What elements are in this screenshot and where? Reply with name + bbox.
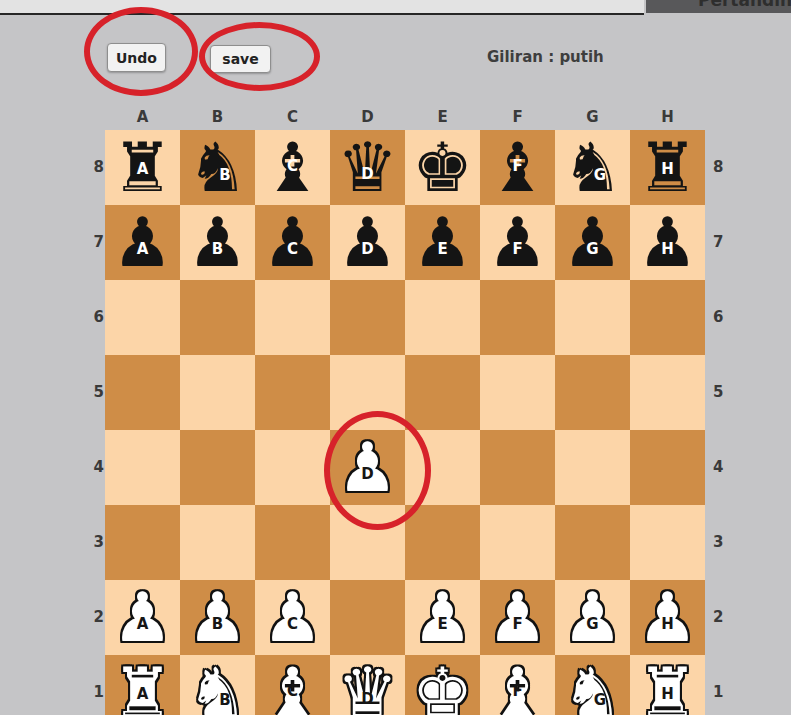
piece-file-letter: D [361, 241, 373, 256]
square-a6[interactable] [105, 280, 180, 355]
piece-file-letter: G [586, 616, 598, 631]
square-h1[interactable]: ♜H [630, 655, 705, 715]
square-c1[interactable]: ♝C [255, 655, 330, 715]
rank-label-5-left: 5 [88, 355, 104, 430]
square-h5[interactable] [630, 355, 705, 430]
piece-file-letter: H [661, 162, 674, 177]
square-d1[interactable]: ♛D [330, 655, 405, 715]
square-g4[interactable] [555, 430, 630, 505]
file-label-b: B [180, 108, 255, 128]
rank-label-4-right: 4 [713, 430, 729, 505]
piece-file-letter: A [137, 241, 149, 256]
square-f4[interactable] [480, 430, 555, 505]
square-b3[interactable] [180, 505, 255, 580]
piece-file-letter: D [361, 691, 373, 706]
square-a8[interactable]: ♜A [105, 130, 180, 205]
piece-file-letter: A [137, 687, 149, 702]
white-king-e1[interactable]: ♚ [405, 655, 480, 715]
piece-file-letter: C [287, 684, 298, 699]
piece-file-letter: B [212, 241, 223, 256]
rank-label-5-right: 5 [713, 355, 729, 430]
file-label-h: H [630, 108, 705, 128]
rank-label-2-right: 2 [713, 580, 729, 655]
square-e6[interactable] [405, 280, 480, 355]
square-h8[interactable]: ♜H [630, 130, 705, 205]
pertandingan-label: Pertandingan [646, 0, 791, 10]
piece-file-letter: H [661, 241, 674, 256]
piece-file-letter: F [512, 241, 522, 256]
turn-indicator: Giliran : putih [487, 48, 604, 66]
square-a5[interactable] [105, 355, 180, 430]
piece-file-letter: G [586, 241, 598, 256]
square-g3[interactable] [555, 505, 630, 580]
black-knight-g8[interactable]: ♞ [555, 130, 630, 205]
square-h3[interactable] [630, 505, 705, 580]
rank-label-8-right: 8 [713, 130, 729, 205]
square-g5[interactable] [555, 355, 630, 430]
piece-file-letter: B [219, 693, 230, 708]
square-g2[interactable]: ♟G [555, 580, 630, 655]
rank-label-6-left: 6 [88, 280, 104, 355]
annotation-ellipse-d4-pawn [324, 411, 431, 530]
piece-file-letter: H [661, 687, 674, 702]
rank-label-6-right: 6 [713, 280, 729, 355]
square-f2[interactable]: ♟F [480, 580, 555, 655]
annotation-ellipse-save [199, 22, 320, 91]
square-e8[interactable]: ♚ [405, 130, 480, 205]
piece-file-letter: F [512, 684, 522, 699]
square-d7[interactable]: ♟D [330, 205, 405, 280]
square-g7[interactable]: ♟G [555, 205, 630, 280]
square-c7[interactable]: ♟C [255, 205, 330, 280]
square-a3[interactable] [105, 505, 180, 580]
piece-file-letter: D [361, 166, 373, 181]
square-h6[interactable] [630, 280, 705, 355]
piece-file-letter: E [437, 241, 447, 256]
black-king-e8[interactable]: ♚ [405, 130, 480, 205]
file-label-f: F [480, 108, 555, 128]
square-c6[interactable] [255, 280, 330, 355]
square-b7[interactable]: ♟B [180, 205, 255, 280]
square-a2[interactable]: ♟A [105, 580, 180, 655]
piece-file-letter: A [137, 162, 149, 177]
square-e2[interactable]: ♟E [405, 580, 480, 655]
square-d8[interactable]: ♛D [330, 130, 405, 205]
square-c4[interactable] [255, 430, 330, 505]
top-right-nav: Pertandingan [646, 0, 791, 13]
square-e7[interactable]: ♟E [405, 205, 480, 280]
file-labels: ABCDEFGH [105, 108, 705, 128]
black-knight-b8[interactable]: ♞ [180, 130, 255, 205]
square-h4[interactable] [630, 430, 705, 505]
white-knight-g1[interactable]: ♞ [555, 655, 630, 715]
square-e3[interactable] [405, 505, 480, 580]
square-f3[interactable] [480, 505, 555, 580]
file-label-d: D [330, 108, 405, 128]
square-g6[interactable] [555, 280, 630, 355]
square-f7[interactable]: ♟F [480, 205, 555, 280]
square-e5[interactable] [405, 355, 480, 430]
piece-file-letter: B [219, 168, 230, 183]
square-a4[interactable] [105, 430, 180, 505]
rank-label-1-left: 1 [88, 655, 104, 715]
piece-file-letter: C [287, 159, 298, 174]
piece-file-letter: G [594, 693, 606, 708]
square-f1[interactable]: ♝F [480, 655, 555, 715]
rank-label-3-left: 3 [88, 505, 104, 580]
piece-file-letter: C [287, 241, 298, 256]
file-label-a: A [105, 108, 180, 128]
square-c8[interactable]: ♝C [255, 130, 330, 205]
square-b8[interactable]: ♞B [180, 130, 255, 205]
square-f5[interactable] [480, 355, 555, 430]
square-f6[interactable] [480, 280, 555, 355]
square-c3[interactable] [255, 505, 330, 580]
square-e1[interactable]: ♚ [405, 655, 480, 715]
square-b5[interactable] [180, 355, 255, 430]
square-c2[interactable]: ♟C [255, 580, 330, 655]
file-label-g: G [555, 108, 630, 128]
piece-file-letter: E [437, 616, 447, 631]
square-a1[interactable]: ♜A [105, 655, 180, 715]
rank-label-2-left: 2 [88, 580, 104, 655]
piece-file-letter: C [287, 616, 298, 631]
square-g8[interactable]: ♞G [555, 130, 630, 205]
piece-file-letter: B [212, 616, 223, 631]
piece-file-letter: H [661, 616, 674, 631]
square-f8[interactable]: ♝F [480, 130, 555, 205]
rank-label-7-left: 7 [88, 205, 104, 280]
piece-file-letter: F [512, 616, 522, 631]
white-knight-b1[interactable]: ♞ [180, 655, 255, 715]
square-h7[interactable]: ♟H [630, 205, 705, 280]
square-b4[interactable] [180, 430, 255, 505]
rank-label-1-right: 1 [713, 655, 729, 715]
top-bar [0, 0, 644, 15]
square-b1[interactable]: ♞B [180, 655, 255, 715]
file-label-c: C [255, 108, 330, 128]
square-d6[interactable] [330, 280, 405, 355]
rank-label-3-right: 3 [713, 505, 729, 580]
piece-file-letter: F [512, 159, 522, 174]
piece-file-letter: A [137, 616, 149, 631]
square-a7[interactable]: ♟A [105, 205, 180, 280]
piece-file-letter: G [594, 168, 606, 183]
square-h2[interactable]: ♟H [630, 580, 705, 655]
square-g1[interactable]: ♞G [555, 655, 630, 715]
square-b2[interactable]: ♟B [180, 580, 255, 655]
rank-label-8-left: 8 [88, 130, 104, 205]
square-c5[interactable] [255, 355, 330, 430]
rank-label-7-right: 7 [713, 205, 729, 280]
square-d2[interactable] [330, 580, 405, 655]
square-b6[interactable] [180, 280, 255, 355]
annotation-ellipse-undo [84, 7, 198, 96]
file-label-e: E [405, 108, 480, 128]
rank-label-4-left: 4 [88, 430, 104, 505]
